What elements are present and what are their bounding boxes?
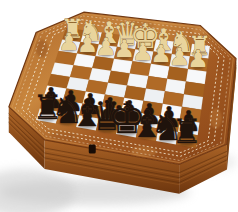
piece-wP: ♟ bbox=[187, 45, 209, 73]
box-latch bbox=[89, 144, 96, 153]
chess-set-photo: ♜♞♝♛♚♝♞♜♟♟♟♟♟♟♟♟♟♟♟♟♟♟♟♟♜♞♝♛♚♝♞♜ bbox=[0, 0, 238, 212]
piece-bR: ♜ bbox=[172, 112, 202, 151]
floor-shadow bbox=[0, 169, 75, 212]
product-photo: ♜♞♝♛♚♝♞♜♟♟♟♟♟♟♟♟♟♟♟♟♟♟♟♟♜♞♝♛♚♝♞♜ bbox=[0, 0, 238, 212]
